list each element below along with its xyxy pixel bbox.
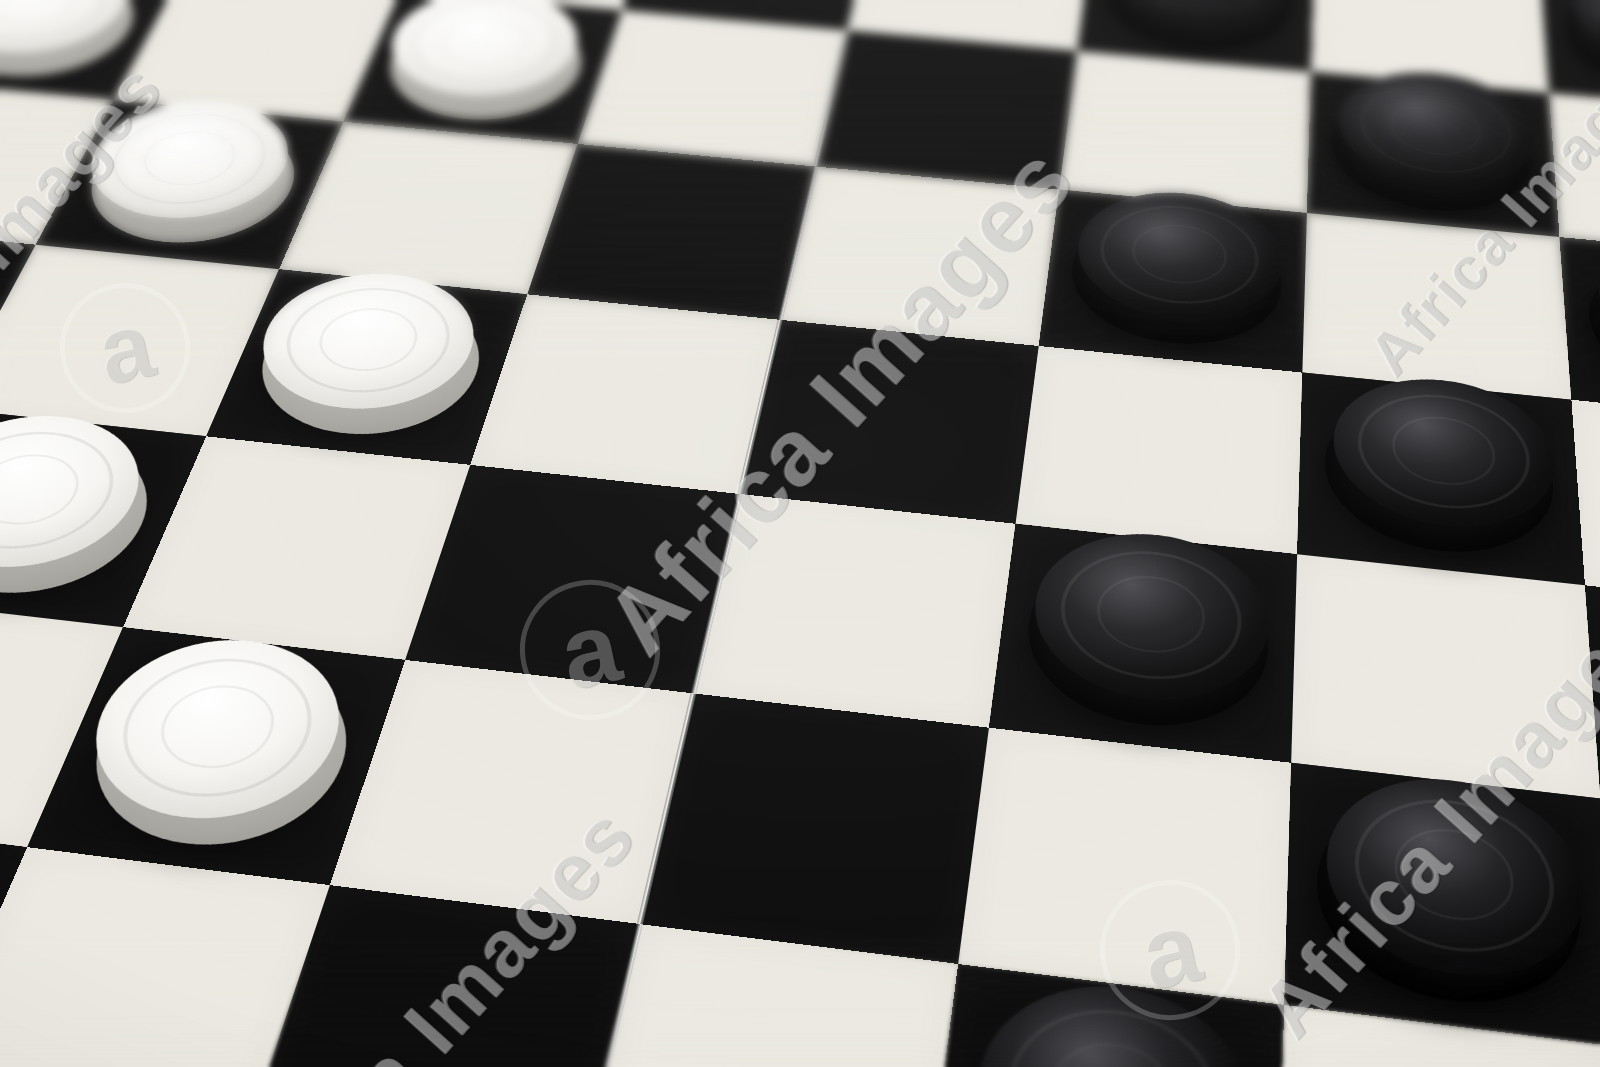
square-r5-c3[interactable] [330,659,694,923]
piece-base-side [1584,251,1600,407]
square-r0-c4[interactable] [848,0,1094,50]
piece-base-side [0,234,6,388]
square-r0-c5[interactable] [1077,0,1314,71]
square-r1-c0[interactable] [0,0,183,99]
piece-top-face [1106,0,1295,32]
square-r2-c0[interactable] [0,78,114,244]
piece-base-side [1099,0,1294,56]
black-checker-piece[interactable] [1068,207,1280,352]
square-r4-c4[interactable] [694,494,1016,728]
checkers-photo-stage: Africa ImagesAfrica ImagesAfrica ImagesA… [0,0,1600,1067]
square-r1-c5[interactable] [1059,50,1311,212]
piece-top-face [238,264,494,418]
square-r2-c3[interactable] [527,143,816,319]
piece-base-side [236,284,500,445]
piece-top-face [65,93,310,226]
piece-base-side [64,112,317,251]
black-checker-piece[interactable] [1327,393,1553,561]
square-r1-c1[interactable] [114,0,401,121]
piece-top-face [1071,183,1284,327]
white-checker-piece[interactable] [242,288,496,442]
black-checker-piece[interactable] [962,995,1248,1067]
square-r0-c3[interactable] [622,0,876,30]
white-checker-piece[interactable] [374,5,594,126]
square-r4-c5[interactable] [989,523,1297,762]
square-r0-c7[interactable] [1540,0,1600,114]
piece-base-side [1064,203,1284,353]
piece-top-face [1338,64,1538,194]
square-r2-c1[interactable] [36,99,344,268]
piece-base-side [369,2,598,128]
square-r1-c6[interactable] [1307,71,1560,236]
square-r5-c2[interactable] [27,627,405,885]
square-r5-c4[interactable] [640,693,989,964]
white-checker-piece[interactable] [69,652,367,856]
square-r5-c5[interactable] [958,727,1291,1004]
board-scene [0,0,1600,1067]
piece-top-face [1594,231,1600,381]
piece-base-side [1561,0,1600,99]
piece-base-side [0,0,157,84]
black-checker-piece[interactable] [1565,0,1600,98]
checkers-board [0,0,1600,1067]
square-r3-c3[interactable] [470,294,780,494]
square-r2-c7[interactable] [1560,237,1600,427]
white-checker-piece[interactable] [0,239,2,387]
square-r2-c6[interactable] [1302,213,1571,400]
square-r3-c5[interactable] [1016,345,1303,553]
piece-top-face [0,0,149,59]
square-r3-c2[interactable] [206,269,527,465]
square-r1-c4[interactable] [816,30,1077,189]
square-r4-c6[interactable] [1291,554,1600,799]
white-checker-piece[interactable] [70,116,313,250]
square-r3-c0[interactable] [0,220,36,408]
square-r1-c2[interactable] [343,0,622,143]
square-r3-c1[interactable] [0,244,279,436]
square-r4-c3[interactable] [405,464,740,693]
black-checker-piece[interactable] [1334,88,1532,218]
square-r0-c2[interactable] [401,0,662,10]
piece-top-face [1570,0,1600,74]
square-r0-c6[interactable] [1311,0,1549,93]
square-r1-c3[interactable] [578,10,848,166]
square-r2-c2[interactable] [279,121,577,294]
square-r2-c5[interactable] [1039,189,1307,372]
black-checker-piece[interactable] [1319,790,1581,1014]
square-r3-c4[interactable] [740,319,1039,523]
black-checker-piece[interactable] [1588,255,1600,405]
black-checker-piece[interactable] [1103,0,1290,55]
piece-base-side [1330,84,1536,220]
white-checker-piece[interactable] [0,0,153,83]
square-r5-c6[interactable] [1284,762,1600,1046]
square-r1-c7[interactable] [1549,93,1600,261]
square-r2-c4[interactable] [780,166,1059,345]
black-checker-piece[interactable] [1023,547,1266,736]
square-r3-c6[interactable] [1297,372,1585,585]
piece-top-face [371,0,593,103]
